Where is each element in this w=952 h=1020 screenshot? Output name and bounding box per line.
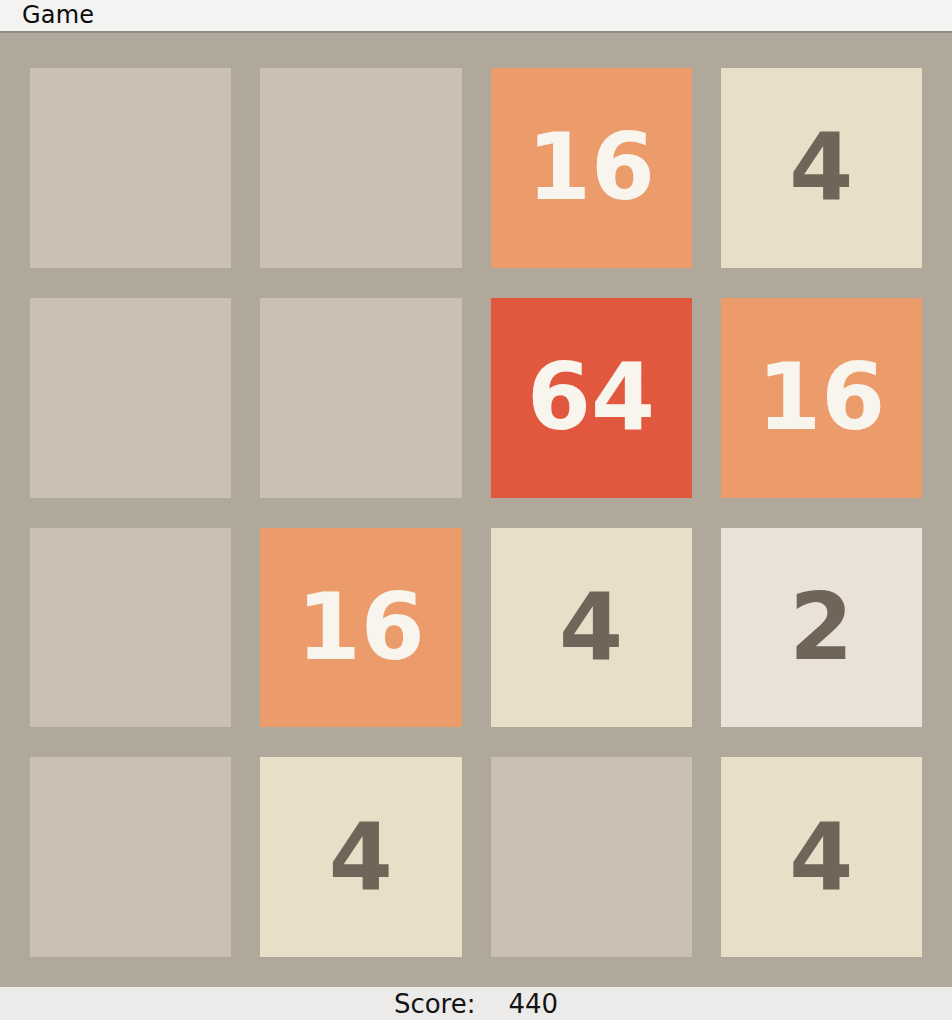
tile-2: 2 xyxy=(721,528,922,728)
empty-cell xyxy=(491,757,692,957)
tile-4: 4 xyxy=(721,68,922,268)
score-label: Score: xyxy=(394,989,476,1019)
empty-cell xyxy=(30,757,231,957)
tile-4: 4 xyxy=(491,528,692,728)
tile-16: 16 xyxy=(491,68,692,268)
tile-64: 64 xyxy=(491,298,692,498)
empty-cell xyxy=(30,528,231,728)
tile-16: 16 xyxy=(721,298,922,498)
tile-4: 4 xyxy=(260,757,461,957)
empty-cell xyxy=(30,298,231,498)
tile-16: 16 xyxy=(260,528,461,728)
board-2048[interactable]: 1646416164244 xyxy=(0,33,952,987)
status-bar: Score: 440 xyxy=(0,987,952,1020)
empty-cell xyxy=(260,68,461,268)
empty-cell xyxy=(30,68,231,268)
menu-item-game[interactable]: Game xyxy=(22,0,94,31)
game-window: Game 1646416164244 Score: 440 xyxy=(0,0,952,1020)
menu-bar: Game xyxy=(0,0,952,33)
tile-4: 4 xyxy=(721,757,922,957)
score-value: 440 xyxy=(508,989,558,1019)
empty-cell xyxy=(260,298,461,498)
